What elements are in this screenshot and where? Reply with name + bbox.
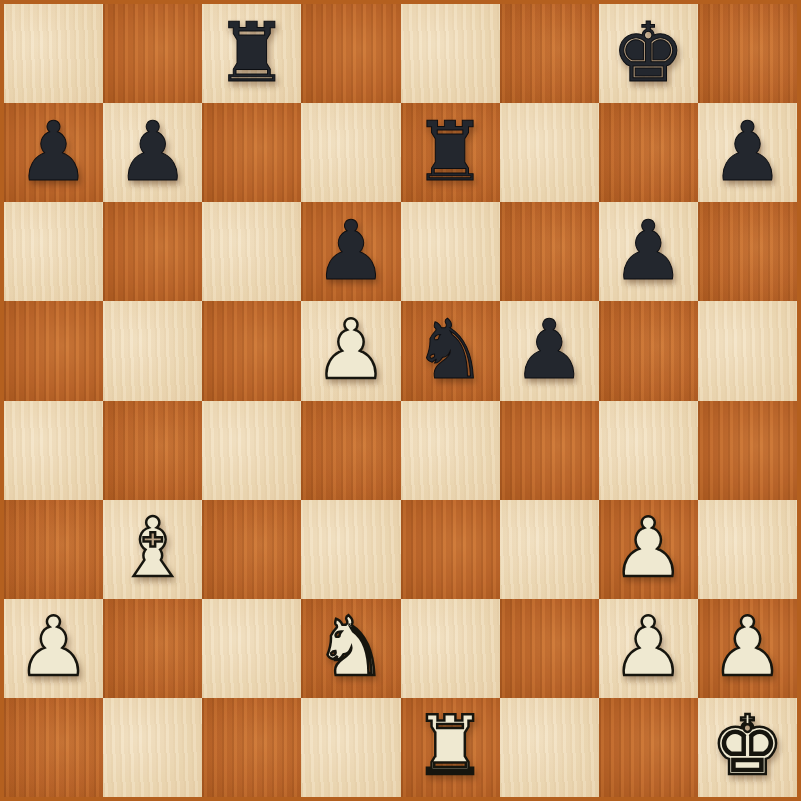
square-e3[interactable]	[401, 500, 500, 599]
piece-white-rook[interactable]: ♜	[413, 705, 487, 787]
square-c8[interactable]: ♜	[202, 4, 301, 103]
square-c4[interactable]	[202, 401, 301, 500]
square-f6[interactable]	[500, 202, 599, 301]
square-c7[interactable]	[202, 103, 301, 202]
square-a1[interactable]	[4, 698, 103, 797]
piece-black-pawn[interactable]: ♟	[17, 111, 91, 193]
piece-white-pawn[interactable]: ♟	[711, 606, 785, 688]
piece-black-king[interactable]: ♚	[612, 12, 686, 94]
piece-white-pawn[interactable]: ♟	[314, 309, 388, 391]
square-a6[interactable]	[4, 202, 103, 301]
square-a2[interactable]: ♟	[4, 599, 103, 698]
square-a3[interactable]	[4, 500, 103, 599]
square-b4[interactable]	[103, 401, 202, 500]
piece-white-king[interactable]: ♚	[711, 705, 785, 787]
square-g3[interactable]: ♟	[599, 500, 698, 599]
square-g1[interactable]	[599, 698, 698, 797]
square-f8[interactable]	[500, 4, 599, 103]
chess-board: ♜♚♟♟♜♟♟♟♟♞♟♝♟♟♞♟♟♜♚	[0, 0, 801, 801]
square-h6[interactable]	[698, 202, 797, 301]
piece-black-pawn[interactable]: ♟	[612, 210, 686, 292]
square-d6[interactable]: ♟	[301, 202, 400, 301]
piece-white-bishop[interactable]: ♝	[116, 507, 190, 589]
square-g6[interactable]: ♟	[599, 202, 698, 301]
square-h2[interactable]: ♟	[698, 599, 797, 698]
square-f1[interactable]	[500, 698, 599, 797]
square-h1[interactable]: ♚	[698, 698, 797, 797]
square-f2[interactable]	[500, 599, 599, 698]
square-b1[interactable]	[103, 698, 202, 797]
piece-black-pawn[interactable]: ♟	[711, 111, 785, 193]
square-a8[interactable]	[4, 4, 103, 103]
square-e8[interactable]	[401, 4, 500, 103]
square-f4[interactable]	[500, 401, 599, 500]
square-d7[interactable]	[301, 103, 400, 202]
square-g5[interactable]	[599, 301, 698, 400]
square-b7[interactable]: ♟	[103, 103, 202, 202]
square-c6[interactable]	[202, 202, 301, 301]
square-f5[interactable]: ♟	[500, 301, 599, 400]
piece-black-rook[interactable]: ♜	[215, 12, 289, 94]
square-c1[interactable]	[202, 698, 301, 797]
piece-white-knight[interactable]: ♞	[314, 606, 388, 688]
square-d2[interactable]: ♞	[301, 599, 400, 698]
square-f3[interactable]	[500, 500, 599, 599]
square-d1[interactable]	[301, 698, 400, 797]
square-g7[interactable]	[599, 103, 698, 202]
square-b5[interactable]	[103, 301, 202, 400]
square-d5[interactable]: ♟	[301, 301, 400, 400]
square-e6[interactable]	[401, 202, 500, 301]
square-g8[interactable]: ♚	[599, 4, 698, 103]
square-d8[interactable]	[301, 4, 400, 103]
square-a7[interactable]: ♟	[4, 103, 103, 202]
piece-black-rook[interactable]: ♜	[413, 111, 487, 193]
square-e7[interactable]: ♜	[401, 103, 500, 202]
square-a4[interactable]	[4, 401, 103, 500]
square-h4[interactable]	[698, 401, 797, 500]
square-d4[interactable]	[301, 401, 400, 500]
square-b8[interactable]	[103, 4, 202, 103]
square-h5[interactable]	[698, 301, 797, 400]
square-b2[interactable]	[103, 599, 202, 698]
square-f7[interactable]	[500, 103, 599, 202]
piece-black-pawn[interactable]: ♟	[512, 309, 586, 391]
square-g2[interactable]: ♟	[599, 599, 698, 698]
square-d3[interactable]	[301, 500, 400, 599]
square-h8[interactable]	[698, 4, 797, 103]
square-h3[interactable]	[698, 500, 797, 599]
square-g4[interactable]	[599, 401, 698, 500]
piece-black-pawn[interactable]: ♟	[314, 210, 388, 292]
piece-black-pawn[interactable]: ♟	[116, 111, 190, 193]
square-e5[interactable]: ♞	[401, 301, 500, 400]
square-e2[interactable]	[401, 599, 500, 698]
piece-white-pawn[interactable]: ♟	[612, 606, 686, 688]
piece-black-knight[interactable]: ♞	[413, 309, 487, 391]
square-e1[interactable]: ♜	[401, 698, 500, 797]
piece-white-pawn[interactable]: ♟	[612, 507, 686, 589]
square-c5[interactable]	[202, 301, 301, 400]
square-c2[interactable]	[202, 599, 301, 698]
piece-white-pawn[interactable]: ♟	[17, 606, 91, 688]
square-c3[interactable]	[202, 500, 301, 599]
square-a5[interactable]	[4, 301, 103, 400]
square-b3[interactable]: ♝	[103, 500, 202, 599]
square-b6[interactable]	[103, 202, 202, 301]
square-h7[interactable]: ♟	[698, 103, 797, 202]
square-e4[interactable]	[401, 401, 500, 500]
